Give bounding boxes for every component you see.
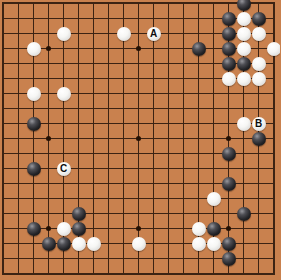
black-stone[interactable]: [222, 147, 236, 161]
white-stone[interactable]: [237, 27, 251, 41]
stone-label: C: [60, 164, 67, 174]
white-stone-label-C[interactable]: C: [57, 162, 71, 176]
black-stone[interactable]: [222, 57, 236, 71]
black-stone[interactable]: [72, 222, 86, 236]
black-stone[interactable]: [252, 12, 266, 26]
stone-label: A: [150, 29, 157, 39]
black-stone[interactable]: [222, 177, 236, 191]
white-stone[interactable]: [207, 192, 221, 206]
black-stone[interactable]: [222, 12, 236, 26]
black-stone[interactable]: [222, 237, 236, 251]
white-stone[interactable]: [192, 237, 206, 251]
black-stone[interactable]: [222, 42, 236, 56]
go-board[interactable]: ABC: [0, 0, 280, 280]
white-stone[interactable]: [222, 72, 236, 86]
white-stone-label-A[interactable]: A: [147, 27, 161, 41]
white-stone[interactable]: [57, 87, 71, 101]
black-stone[interactable]: [27, 162, 41, 176]
white-stone[interactable]: [237, 12, 251, 26]
black-stone[interactable]: [192, 42, 206, 56]
white-stone[interactable]: [117, 27, 131, 41]
white-stone[interactable]: [237, 72, 251, 86]
black-stone[interactable]: [237, 0, 251, 11]
black-stone[interactable]: [27, 117, 41, 131]
white-stone[interactable]: [87, 237, 101, 251]
white-stone[interactable]: [252, 72, 266, 86]
white-stone[interactable]: [27, 87, 41, 101]
white-stone[interactable]: [267, 42, 281, 56]
white-stone-label-B[interactable]: B: [252, 117, 266, 131]
black-stone[interactable]: [72, 207, 86, 221]
black-stone[interactable]: [207, 222, 221, 236]
stones-layer: ABC: [0, 0, 280, 280]
white-stone[interactable]: [252, 27, 266, 41]
black-stone[interactable]: [27, 222, 41, 236]
white-stone[interactable]: [237, 117, 251, 131]
white-stone[interactable]: [252, 57, 266, 71]
white-stone[interactable]: [57, 222, 71, 236]
black-stone[interactable]: [237, 207, 251, 221]
black-stone[interactable]: [57, 237, 71, 251]
black-stone[interactable]: [222, 27, 236, 41]
white-stone[interactable]: [192, 222, 206, 236]
white-stone[interactable]: [207, 237, 221, 251]
black-stone[interactable]: [222, 252, 236, 266]
black-stone[interactable]: [237, 57, 251, 71]
white-stone[interactable]: [57, 27, 71, 41]
black-stone[interactable]: [252, 132, 266, 146]
white-stone[interactable]: [27, 42, 41, 56]
black-stone[interactable]: [42, 237, 56, 251]
white-stone[interactable]: [132, 237, 146, 251]
white-stone[interactable]: [72, 237, 86, 251]
white-stone[interactable]: [237, 42, 251, 56]
stone-label: B: [255, 119, 262, 129]
